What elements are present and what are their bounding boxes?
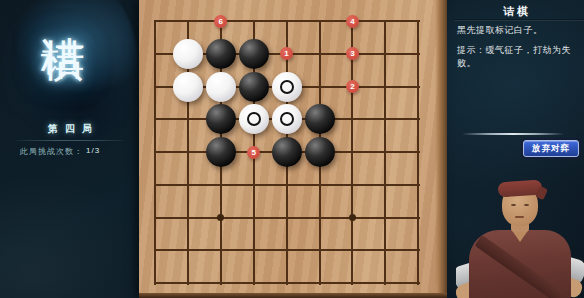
give-up-button[interactable]: 放弃对弈 xyxy=(523,140,579,157)
left-panel: 诘棋 第四局 此局挑战次数： 1/3 xyxy=(0,0,139,298)
black-stone xyxy=(206,39,236,69)
attempts-label: 此局挑战次数： xyxy=(20,146,83,157)
white-stone-marked xyxy=(272,72,302,102)
left-panel-divider xyxy=(16,140,123,141)
black-stone xyxy=(272,137,302,167)
black-stone xyxy=(239,72,269,102)
board-grid[interactable]: 123456 xyxy=(139,0,447,298)
grid-line-horizontal xyxy=(154,184,420,186)
npc-mouth xyxy=(515,216,524,218)
white-stone-marked xyxy=(272,104,302,134)
black-stone xyxy=(305,137,335,167)
puzzle-calligraphy-title: 诘棋 xyxy=(40,2,86,114)
npc-eye xyxy=(511,204,516,206)
move-number-marker: 6 xyxy=(214,15,227,28)
black-stone xyxy=(206,137,236,167)
star-point xyxy=(217,214,224,221)
grid-line-vertical xyxy=(384,20,386,285)
puzzle-hint: 提示：缓气征子，打劫为失败。 xyxy=(457,44,583,70)
button-divider xyxy=(462,133,564,135)
round-label: 第四局 xyxy=(14,122,126,136)
move-number-marker: 3 xyxy=(346,47,359,60)
title-underline xyxy=(454,19,584,20)
grid-line-horizontal xyxy=(154,282,420,284)
go-board[interactable]: 123456 xyxy=(139,0,447,298)
grid-line-vertical xyxy=(417,20,419,285)
move-number-marker: 2 xyxy=(346,80,359,93)
game-screen: 诘棋 第四局 此局挑战次数： 1/3 123456 诘棋 黑先提取标记白子。 提… xyxy=(0,0,584,298)
move-number-marker: 1 xyxy=(280,47,293,60)
circle-mark xyxy=(280,112,294,126)
move-number-marker: 5 xyxy=(247,146,260,159)
white-stone xyxy=(206,72,236,102)
puzzle-panel-title: 诘棋 xyxy=(450,4,584,19)
npc-portrait xyxy=(456,171,584,298)
circle-mark xyxy=(247,112,261,126)
npc-eye xyxy=(524,204,529,206)
black-stone xyxy=(305,104,335,134)
white-stone-marked xyxy=(239,104,269,134)
star-point xyxy=(349,214,356,221)
grid-line-horizontal xyxy=(154,217,420,219)
circle-mark xyxy=(280,80,294,94)
black-stone xyxy=(206,104,236,134)
move-number-marker: 4 xyxy=(346,15,359,28)
white-stone xyxy=(173,72,203,102)
attempts-value: 1/3 xyxy=(86,146,100,155)
grid-line-horizontal xyxy=(154,249,420,251)
black-stone xyxy=(239,39,269,69)
puzzle-instruction: 黑先提取标记白子。 xyxy=(457,24,583,37)
white-stone xyxy=(173,39,203,69)
